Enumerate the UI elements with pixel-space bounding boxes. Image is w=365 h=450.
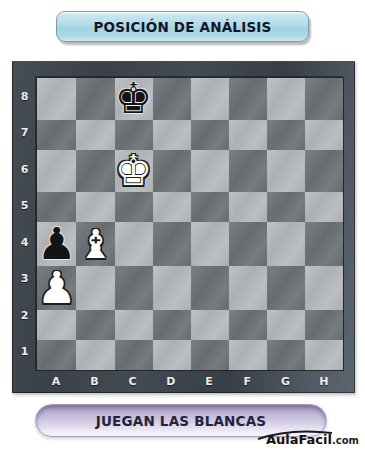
square-a2 xyxy=(37,310,76,340)
file-label-g: G xyxy=(267,370,305,393)
white-bishop: ♝ xyxy=(78,224,114,264)
square-b5 xyxy=(76,192,114,222)
square-b4: ♝ xyxy=(76,222,114,266)
square-b8 xyxy=(76,78,114,120)
square-f6 xyxy=(229,150,267,192)
square-h3 xyxy=(305,266,343,310)
square-h2 xyxy=(305,310,343,340)
square-g4 xyxy=(267,222,305,266)
square-b7 xyxy=(76,120,114,150)
black-pawn: ♟ xyxy=(37,222,76,266)
square-f7 xyxy=(229,120,267,150)
square-c2 xyxy=(115,310,153,340)
rank-label-4: 4 xyxy=(12,224,37,261)
square-d2 xyxy=(153,310,191,340)
square-h8 xyxy=(305,78,343,120)
square-c6: ♚ xyxy=(115,150,153,192)
square-h4 xyxy=(305,222,343,266)
square-h7 xyxy=(305,120,343,150)
square-e3 xyxy=(191,266,229,310)
square-b2 xyxy=(76,310,114,340)
rank-label-3: 3 xyxy=(12,261,37,298)
square-g6 xyxy=(267,150,305,192)
square-g2 xyxy=(267,310,305,340)
file-label-d: D xyxy=(152,370,190,393)
square-a1 xyxy=(37,340,76,370)
file-label-h: H xyxy=(305,370,343,393)
square-d1 xyxy=(153,340,191,370)
rank-label-8: 8 xyxy=(12,78,37,115)
square-a3: ♟ xyxy=(37,266,76,310)
rank-label-5: 5 xyxy=(12,188,37,225)
square-f4 xyxy=(229,222,267,266)
square-a6 xyxy=(37,150,76,192)
square-f2 xyxy=(229,310,267,340)
square-e7 xyxy=(191,120,229,150)
chess-board: 87654321 ♚♚♟♝♟ ABCDEFGH xyxy=(12,61,355,393)
square-g3 xyxy=(267,266,305,310)
square-a8 xyxy=(37,78,76,120)
square-f5 xyxy=(229,192,267,222)
file-label-b: B xyxy=(75,370,113,393)
square-d5 xyxy=(153,192,191,222)
square-d4 xyxy=(153,222,191,266)
rank-label-7: 7 xyxy=(12,115,37,152)
square-f8 xyxy=(229,78,267,120)
square-b6 xyxy=(76,150,114,192)
square-a4: ♟ xyxy=(37,222,76,266)
square-d8 xyxy=(153,78,191,120)
brand-name: AulaFacil xyxy=(266,432,332,447)
brand: AulaFacil.com xyxy=(266,432,359,448)
square-f3 xyxy=(229,266,267,310)
square-g1 xyxy=(267,340,305,370)
analysis-banner-label: POSICIÓN DE ANÁLISIS xyxy=(94,19,272,35)
square-e6 xyxy=(191,150,229,192)
square-c8: ♚ xyxy=(115,78,153,120)
square-d3 xyxy=(153,266,191,310)
brand-suffix: .com xyxy=(332,435,359,446)
turn-banner-label: JUEGAN LAS BLANCAS xyxy=(96,413,267,429)
analysis-banner: POSICIÓN DE ANÁLISIS xyxy=(56,11,309,42)
board-grid: ♚♚♟♝♟ xyxy=(37,78,343,370)
white-king: ♚ xyxy=(115,150,153,192)
square-c5 xyxy=(115,192,153,222)
square-g7 xyxy=(267,120,305,150)
square-c4 xyxy=(115,222,153,266)
square-d7 xyxy=(153,120,191,150)
square-e1 xyxy=(191,340,229,370)
white-pawn: ♟ xyxy=(37,266,76,310)
square-h6 xyxy=(305,150,343,192)
file-labels: ABCDEFGH xyxy=(37,370,343,393)
square-h1 xyxy=(305,340,343,370)
square-d6 xyxy=(153,150,191,192)
rank-labels: 87654321 xyxy=(12,78,37,370)
rank-label-2: 2 xyxy=(12,297,37,334)
square-e5 xyxy=(191,192,229,222)
square-c1 xyxy=(115,340,153,370)
square-e4 xyxy=(191,222,229,266)
square-e2 xyxy=(191,310,229,340)
file-label-a: A xyxy=(37,370,75,393)
square-h5 xyxy=(305,192,343,222)
square-c3 xyxy=(115,266,153,310)
file-label-c: C xyxy=(114,370,152,393)
file-label-f: F xyxy=(228,370,266,393)
rank-label-6: 6 xyxy=(12,151,37,188)
square-b3 xyxy=(76,266,114,310)
file-label-e: E xyxy=(190,370,228,393)
rank-label-1: 1 xyxy=(12,334,37,371)
square-b1 xyxy=(76,340,114,370)
square-g8 xyxy=(267,78,305,120)
square-f1 xyxy=(229,340,267,370)
black-king: ♚ xyxy=(115,78,153,120)
square-e8 xyxy=(191,78,229,120)
square-g5 xyxy=(267,192,305,222)
square-a7 xyxy=(37,120,76,150)
